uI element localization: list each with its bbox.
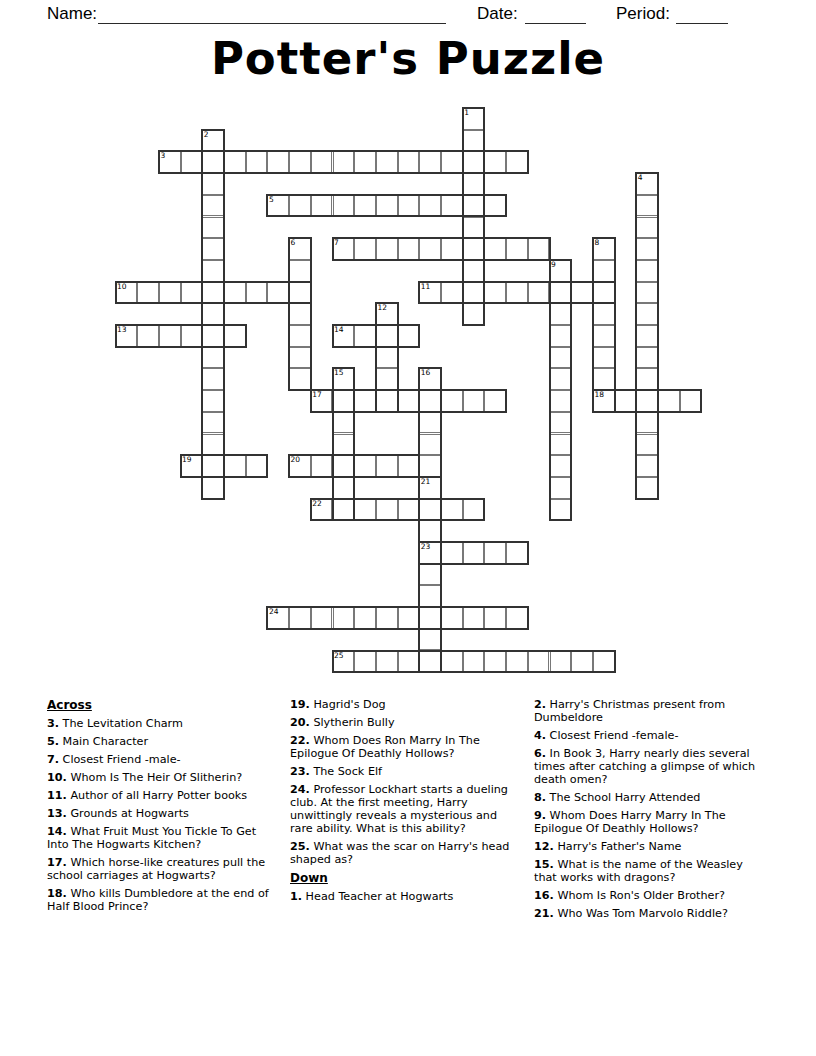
grid-cell[interactable] [311, 195, 333, 217]
grid-cell[interactable] [463, 195, 485, 217]
clue-number: 19. [290, 698, 310, 711]
clue-number: 20. [290, 716, 310, 729]
grid-cell[interactable] [333, 390, 355, 412]
grid-cell[interactable] [419, 455, 441, 477]
grid-cell[interactable] [571, 651, 593, 673]
grid-cell[interactable] [636, 347, 658, 369]
grid-cell[interactable] [419, 477, 441, 499]
grid-cell[interactable] [441, 607, 463, 629]
grid-cell[interactable] [593, 282, 615, 304]
clue-number: 2. [534, 698, 546, 711]
grid-cell[interactable] [441, 238, 463, 260]
clue-column-1: Across3. The Levitation Charm5. Main Cha… [47, 698, 281, 918]
grid-cell[interactable] [376, 347, 398, 369]
grid-cell[interactable] [116, 325, 138, 347]
grid-cell[interactable] [333, 434, 355, 456]
grid-cell[interactable] [311, 151, 333, 173]
name-blank-line [98, 8, 446, 24]
grid-cell[interactable] [202, 390, 224, 412]
grid-cell[interactable] [354, 455, 376, 477]
grid-cell[interactable] [202, 303, 224, 325]
grid-cell[interactable] [289, 368, 311, 390]
clue-number: 12. [534, 840, 554, 853]
clue-item: 24. Professor Lockhart starts a dueling … [290, 783, 520, 835]
grid-cell[interactable] [354, 325, 376, 347]
grid-cell[interactable] [376, 499, 398, 521]
grid-cell[interactable] [398, 151, 420, 173]
grid-cell[interactable] [636, 217, 658, 239]
grid-cell[interactable] [419, 368, 441, 390]
clue-item: 20. Slytherin Bully [290, 716, 520, 729]
grid-cell[interactable] [354, 151, 376, 173]
grid-cell[interactable] [202, 173, 224, 195]
grid-cell[interactable] [419, 607, 441, 629]
grid-cell[interactable] [463, 651, 485, 673]
clue-item: 15. What is the name of the Weasley that… [534, 858, 762, 884]
grid-cell[interactable] [636, 477, 658, 499]
grid-cell[interactable] [311, 455, 333, 477]
grid-cell[interactable] [376, 651, 398, 673]
grid-cell[interactable] [506, 282, 528, 304]
clue-item: 22. Whom Does Ron Marry In The Epilogue … [290, 734, 520, 760]
clue-number: 10. [47, 771, 67, 784]
name-label: Name: [47, 4, 97, 24]
grid-cell[interactable] [593, 325, 615, 347]
grid-cell[interactable] [463, 217, 485, 239]
grid-cell[interactable] [528, 651, 550, 673]
grid-cell[interactable] [398, 499, 420, 521]
grid-cell[interactable] [550, 412, 572, 434]
clue-item: 21. Who Was Tom Marvolo Riddle? [534, 907, 762, 920]
grid-cell[interactable] [224, 282, 246, 304]
clue-number: 16. [534, 889, 554, 902]
grid-cell[interactable] [333, 151, 355, 173]
clue-item: 2. Harry's Christmas present from Dumbel… [534, 698, 762, 724]
date-label: Date: [477, 4, 518, 24]
grid-cell[interactable] [484, 282, 506, 304]
grid-cell[interactable] [463, 260, 485, 282]
grid-cell[interactable] [333, 651, 355, 673]
grid-cell[interactable] [333, 499, 355, 521]
grid-cell[interactable] [484, 390, 506, 412]
grid-cell[interactable] [246, 455, 268, 477]
grid-cell[interactable] [224, 151, 246, 173]
clue-item: 17. Which horse-like creatures pull the … [47, 856, 281, 882]
clue-column-2: 19. Hagrid's Dog20. Slytherin Bully22. W… [290, 698, 520, 908]
grid-cell[interactable] [550, 651, 572, 673]
grid-cell[interactable] [398, 607, 420, 629]
grid-cell[interactable] [419, 282, 441, 304]
grid-cell[interactable] [354, 607, 376, 629]
grid-cell[interactable] [137, 282, 159, 304]
grid-cell[interactable] [202, 260, 224, 282]
grid-cell[interactable] [398, 455, 420, 477]
grid-cell[interactable] [636, 260, 658, 282]
grid-cell[interactable] [419, 499, 441, 521]
grid-cell[interactable] [550, 368, 572, 390]
clue-number: 24. [290, 783, 310, 796]
grid-cell[interactable] [636, 390, 658, 412]
clue-number: 5. [47, 735, 59, 748]
grid-cell[interactable] [354, 195, 376, 217]
grid-cell[interactable] [289, 282, 311, 304]
grid-cell[interactable] [593, 347, 615, 369]
grid-cell[interactable] [202, 238, 224, 260]
grid-cell[interactable] [419, 629, 441, 651]
grid-cell[interactable] [463, 238, 485, 260]
grid-cell[interactable] [202, 151, 224, 173]
clue-number: 22. [290, 734, 310, 747]
grid-cell[interactable] [137, 325, 159, 347]
grid-cell[interactable] [550, 390, 572, 412]
grid-cell[interactable] [202, 455, 224, 477]
grid-cell[interactable] [181, 151, 203, 173]
clue-number: 7. [47, 753, 59, 766]
grid-cell[interactable] [333, 238, 355, 260]
grid-cell[interactable] [593, 368, 615, 390]
grid-cell[interactable] [463, 151, 485, 173]
grid-cell[interactable] [463, 303, 485, 325]
grid-cell[interactable] [441, 151, 463, 173]
grid-cell[interactable] [202, 434, 224, 456]
clue-item: 5. Main Character [47, 735, 281, 748]
grid-cell[interactable] [593, 390, 615, 412]
grid-cell[interactable] [289, 151, 311, 173]
grid-cell[interactable] [376, 390, 398, 412]
grid-cell[interactable] [419, 542, 441, 564]
grid-cell[interactable] [376, 325, 398, 347]
grid-cell[interactable] [441, 499, 463, 521]
clue-item: 13. Grounds at Hogwarts [47, 807, 281, 820]
grid-cell[interactable] [289, 303, 311, 325]
clue-item: 9. Whom Does Harry Marry In The Epilogue… [534, 809, 762, 835]
grid-cell[interactable] [463, 542, 485, 564]
grid-cell[interactable] [311, 607, 333, 629]
grid-cell[interactable] [636, 173, 658, 195]
grid-cell[interactable] [658, 390, 680, 412]
grid-cell[interactable] [159, 282, 181, 304]
grid-cell[interactable] [441, 651, 463, 673]
clue-item: 16. Whom Is Ron's Older Brother? [534, 889, 762, 902]
clue-item: 14. What Fruit Must You Tickle To Get In… [47, 825, 281, 851]
clue-item: 25. What was the scar on Harry's head sh… [290, 840, 520, 866]
grid-cell[interactable] [398, 195, 420, 217]
grid-cell[interactable] [419, 195, 441, 217]
grid-cell[interactable] [202, 347, 224, 369]
grid-cell[interactable] [202, 412, 224, 434]
grid-cell[interactable] [267, 282, 289, 304]
grid-cell[interactable] [550, 260, 572, 282]
clue-number: 13. [47, 807, 67, 820]
grid-cell[interactable] [528, 282, 550, 304]
grid-cell[interactable] [550, 347, 572, 369]
grid-cell[interactable] [419, 520, 441, 542]
grid-cell[interactable] [419, 390, 441, 412]
clue-number: 15. [534, 858, 554, 871]
grid-cell[interactable] [376, 455, 398, 477]
grid-cell[interactable] [333, 455, 355, 477]
grid-cell[interactable] [636, 195, 658, 217]
grid-cell[interactable] [636, 325, 658, 347]
grid-cell[interactable] [333, 607, 355, 629]
grid-cell[interactable] [463, 390, 485, 412]
grid-cell[interactable] [289, 260, 311, 282]
grid-cell[interactable] [333, 412, 355, 434]
grid-cell[interactable] [550, 434, 572, 456]
grid-cell[interactable] [354, 238, 376, 260]
clue-number: 18. [47, 887, 67, 900]
grid-cell[interactable] [246, 151, 268, 173]
clue-number: 4. [534, 729, 546, 742]
clue-item: 1. Head Teacher at Hogwarts [290, 890, 520, 903]
grid-cell[interactable] [376, 368, 398, 390]
grid-cell[interactable] [159, 325, 181, 347]
grid-cell[interactable] [376, 607, 398, 629]
grid-cell[interactable] [376, 195, 398, 217]
grid-cell[interactable] [202, 368, 224, 390]
grid-cell[interactable] [289, 347, 311, 369]
grid-cell[interactable] [419, 412, 441, 434]
grid-cell[interactable] [463, 108, 485, 130]
grid-cell[interactable] [528, 238, 550, 260]
grid-cell[interactable] [441, 542, 463, 564]
grid-cell[interactable] [419, 564, 441, 586]
grid-cell[interactable] [181, 455, 203, 477]
grid-cell[interactable] [550, 499, 572, 521]
grid-cell[interactable] [506, 151, 528, 173]
grid-cell[interactable] [333, 368, 355, 390]
grid-cell[interactable] [484, 195, 506, 217]
clue-item: 11. Author of all Harry Potter books [47, 789, 281, 802]
grid-cell[interactable] [181, 282, 203, 304]
grid-cell[interactable] [419, 585, 441, 607]
grid-cell[interactable] [202, 325, 224, 347]
grid-cell[interactable] [116, 282, 138, 304]
grid-cell[interactable] [311, 499, 333, 521]
grid-cell[interactable] [441, 195, 463, 217]
clue-column-3: 2. Harry's Christmas present from Dumbel… [534, 698, 762, 925]
grid-cell[interactable] [463, 130, 485, 152]
grid-cell[interactable] [484, 607, 506, 629]
clue-number: 25. [290, 840, 310, 853]
grid-cell[interactable] [593, 238, 615, 260]
period-blank-line [676, 8, 728, 24]
clue-number: 11. [47, 789, 67, 802]
grid-cell[interactable] [463, 282, 485, 304]
grid-cell[interactable] [636, 455, 658, 477]
grid-cell[interactable] [636, 434, 658, 456]
grid-cell[interactable] [202, 282, 224, 304]
clue-number: 21. [534, 907, 554, 920]
puzzle-title: Potter's Puzzle [0, 32, 816, 85]
grid-cell[interactable] [224, 325, 246, 347]
grid-cell[interactable] [289, 238, 311, 260]
period-label: Period: [616, 4, 670, 24]
grid-cell[interactable] [289, 607, 311, 629]
clue-item: 10. Whom Is The Heir Of Slitherin? [47, 771, 281, 784]
grid-cell[interactable] [181, 325, 203, 347]
grid-cell[interactable] [267, 151, 289, 173]
grid-cell[interactable] [680, 390, 702, 412]
grid-cell[interactable] [419, 651, 441, 673]
clue-item: 8. The School Harry Attended [534, 791, 762, 804]
grid-cell[interactable] [593, 260, 615, 282]
grid-cell[interactable] [398, 390, 420, 412]
grid-cell[interactable] [333, 325, 355, 347]
grid-cell[interactable] [376, 303, 398, 325]
clue-item: 6. In Book 3, Harry nearly dies several … [534, 747, 762, 786]
grid-cell[interactable] [484, 542, 506, 564]
clue-number: 23. [290, 765, 310, 778]
grid-cell[interactable] [289, 455, 311, 477]
grid-cell[interactable] [571, 282, 593, 304]
clue-item: 19. Hagrid's Dog [290, 698, 520, 711]
grid-cell[interactable] [506, 238, 528, 260]
grid-cell[interactable] [289, 195, 311, 217]
grid-cell[interactable] [550, 303, 572, 325]
grid-cell[interactable] [506, 651, 528, 673]
grid-cell[interactable] [463, 499, 485, 521]
grid-cell[interactable] [398, 325, 420, 347]
grid-cell[interactable] [636, 238, 658, 260]
grid-cell[interactable] [550, 282, 572, 304]
grid-cell[interactable] [376, 238, 398, 260]
clue-number: 3. [47, 717, 59, 730]
grid-cell[interactable] [376, 151, 398, 173]
clue-item: 3. The Levitation Charm [47, 717, 281, 730]
grid-cell[interactable] [267, 195, 289, 217]
crossword-board: 1234567891011121314151617181920212223242… [116, 108, 702, 672]
grid-cell[interactable] [550, 477, 572, 499]
grid-cell[interactable] [636, 412, 658, 434]
grid-cell[interactable] [484, 151, 506, 173]
grid-cell[interactable] [202, 477, 224, 499]
grid-cell[interactable] [419, 238, 441, 260]
clue-number: 14. [47, 825, 67, 838]
grid-cell[interactable] [202, 195, 224, 217]
grid-cell[interactable] [636, 368, 658, 390]
clue-item: 18. Who kills Dumbledore at the end of H… [47, 887, 281, 913]
clue-number: 9. [534, 809, 546, 822]
grid-cell[interactable] [463, 607, 485, 629]
date-blank-line [525, 8, 586, 24]
clue-item: 23. The Sock Elf [290, 765, 520, 778]
grid-cell[interactable] [311, 390, 333, 412]
grid-cell[interactable] [398, 651, 420, 673]
grid-cell[interactable] [246, 282, 268, 304]
clue-number: 6. [534, 747, 546, 760]
grid-cell[interactable] [354, 651, 376, 673]
grid-cell[interactable] [615, 390, 637, 412]
clue-item: 7. Closest Friend -male- [47, 753, 281, 766]
grid-cell[interactable] [550, 455, 572, 477]
clue-number: 1. [290, 890, 302, 903]
grid-cell[interactable] [636, 303, 658, 325]
grid-cell[interactable] [636, 282, 658, 304]
grid-cell[interactable] [484, 238, 506, 260]
grid-cell[interactable] [419, 151, 441, 173]
clue-list-header-down: Down [290, 871, 520, 885]
grid-cell[interactable] [506, 542, 528, 564]
grid-cell[interactable] [159, 151, 181, 173]
grid-cell[interactable] [354, 390, 376, 412]
grid-cell[interactable] [593, 303, 615, 325]
grid-cell[interactable] [289, 325, 311, 347]
grid-cell[interactable] [202, 217, 224, 239]
grid-cell[interactable] [484, 651, 506, 673]
grid-cell[interactable] [550, 325, 572, 347]
clue-list-header-across: Across [47, 698, 281, 712]
clue-number: 17. [47, 856, 67, 869]
clue-item: 12. Harry's Father's Name [534, 840, 762, 853]
grid-cell[interactable] [398, 238, 420, 260]
grid-cell[interactable] [333, 195, 355, 217]
clue-item: 4. Closest Friend -female- [534, 729, 762, 742]
grid-cell[interactable] [333, 477, 355, 499]
grid-cell[interactable] [441, 390, 463, 412]
grid-cell[interactable] [354, 499, 376, 521]
grid-cell[interactable] [593, 651, 615, 673]
grid-cell[interactable] [224, 455, 246, 477]
grid-cell[interactable] [267, 607, 289, 629]
grid-cell[interactable] [419, 434, 441, 456]
grid-cell[interactable] [202, 130, 224, 152]
grid-cell[interactable] [463, 173, 485, 195]
grid-cell[interactable] [441, 282, 463, 304]
grid-cell[interactable] [506, 607, 528, 629]
clue-number: 8. [534, 791, 546, 804]
